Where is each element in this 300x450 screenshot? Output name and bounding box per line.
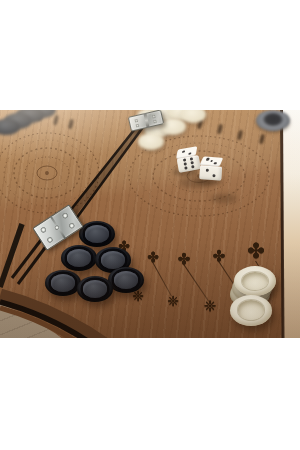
die-pip — [214, 161, 217, 163]
white-checker — [234, 266, 276, 296]
point-ornament-top: ✤ — [213, 249, 226, 264]
die-pip — [206, 158, 209, 160]
point-ornament-top: ✤ — [247, 241, 265, 262]
die-pip — [184, 162, 187, 165]
die-pip — [210, 160, 213, 162]
black-checker — [79, 221, 115, 247]
product-photo[interactable]: ✤❈✤❈✤❈✤✤ — [0, 110, 300, 338]
hinge-screw — [40, 226, 47, 233]
die-front-face — [199, 164, 222, 180]
board-corner-edge — [0, 296, 112, 338]
die — [175, 146, 201, 172]
far-white-checker — [138, 133, 164, 150]
die-pip — [205, 168, 208, 171]
die-pip — [184, 166, 187, 169]
die-pip — [183, 158, 186, 161]
die-top-face — [200, 156, 224, 166]
hinge-screw — [153, 119, 157, 123]
black-checker — [45, 270, 81, 296]
die-pip — [191, 165, 194, 168]
die-pip — [189, 151, 192, 154]
die-pip — [182, 149, 185, 152]
hinge-screw — [68, 222, 75, 229]
black-checker — [61, 245, 97, 271]
die-pip — [190, 157, 193, 160]
point-ornament-top: ✤ — [147, 250, 159, 264]
die-pip — [190, 161, 193, 164]
far-white-checker — [160, 118, 186, 135]
hinge-screw — [152, 114, 156, 118]
black-checker — [108, 267, 144, 293]
point-ornament-bottom: ❈ — [204, 299, 217, 314]
point-ornament-bottom: ❈ — [167, 294, 179, 308]
hinge-screw — [134, 118, 138, 122]
hinge-screw — [136, 123, 140, 127]
board-right-edge-groove — [282, 110, 284, 338]
point-ornament-top: ✤ — [178, 252, 191, 267]
hinge-screw — [46, 236, 53, 243]
hinge-screw — [62, 212, 69, 219]
hinge-screw — [54, 224, 60, 230]
far-black-checker — [256, 110, 290, 131]
die — [199, 156, 223, 180]
black-checker — [77, 276, 113, 302]
die-pip — [213, 174, 216, 177]
white-checker — [230, 295, 272, 326]
